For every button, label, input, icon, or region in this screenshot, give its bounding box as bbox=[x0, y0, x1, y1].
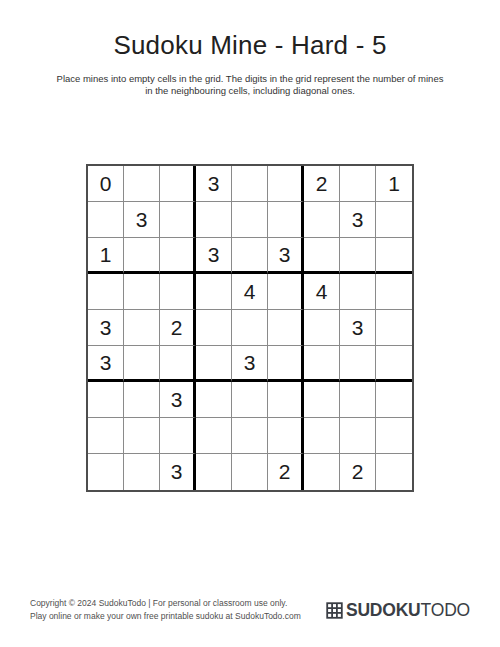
grid-cell-r8c9[interactable] bbox=[376, 418, 412, 454]
grid-cell-r1c5[interactable] bbox=[232, 166, 268, 202]
copyright-line-2: Play online or make your own free printa… bbox=[30, 610, 301, 623]
logo-text-todo: TODO bbox=[421, 600, 470, 620]
grid-cell-r5c6[interactable] bbox=[268, 310, 304, 346]
grid-cell-r1c4[interactable]: 3 bbox=[196, 166, 232, 202]
grid-cell-r6c2[interactable] bbox=[124, 346, 160, 382]
grid-cell-r9c9[interactable] bbox=[376, 454, 412, 490]
grid-cell-r5c8[interactable]: 3 bbox=[340, 310, 376, 346]
grid-cell-r8c2[interactable] bbox=[124, 418, 160, 454]
grid-cell-r3c1[interactable]: 1 bbox=[88, 238, 124, 274]
grid-cell-r3c4[interactable]: 3 bbox=[196, 238, 232, 274]
footer-copyright: Copyright © 2024 SudokuTodo | For person… bbox=[30, 597, 301, 623]
grid-cell-r7c4[interactable] bbox=[196, 382, 232, 418]
grid-cell-r4c9[interactable] bbox=[376, 274, 412, 310]
grid-cell-r6c4[interactable] bbox=[196, 346, 232, 382]
grid-cell-r6c7[interactable] bbox=[304, 346, 340, 382]
grid-cell-r2c2[interactable]: 3 bbox=[124, 202, 160, 238]
copyright-line-1: Copyright © 2024 SudokuTodo | For person… bbox=[30, 597, 301, 610]
grid-cell-r7c3[interactable]: 3 bbox=[160, 382, 196, 418]
grid-cell-r5c3[interactable]: 2 bbox=[160, 310, 196, 346]
grid-cell-r5c2[interactable] bbox=[124, 310, 160, 346]
grid-cell-r8c4[interactable] bbox=[196, 418, 232, 454]
grid-cell-r4c4[interactable] bbox=[196, 274, 232, 310]
instructions: Place mines into empty cells in the grid… bbox=[0, 73, 500, 97]
logo-text-sudoku: SUDOKU bbox=[346, 600, 421, 620]
grid-cell-r7c1[interactable] bbox=[88, 382, 124, 418]
grid-cell-r6c9[interactable] bbox=[376, 346, 412, 382]
page: Sudoku Mine - Hard - 5 Place mines into … bbox=[0, 30, 500, 492]
grid-cell-r2c5[interactable] bbox=[232, 202, 268, 238]
grid-cell-r6c5[interactable]: 3 bbox=[232, 346, 268, 382]
grid-cell-r2c9[interactable] bbox=[376, 202, 412, 238]
grid-cell-r9c5[interactable] bbox=[232, 454, 268, 490]
grid-cell-r1c3[interactable] bbox=[160, 166, 196, 202]
grid-cell-r2c7[interactable] bbox=[304, 202, 340, 238]
grid-cell-r1c8[interactable] bbox=[340, 166, 376, 202]
grid-cell-r1c7[interactable]: 2 bbox=[304, 166, 340, 202]
grid-cell-r9c2[interactable] bbox=[124, 454, 160, 490]
sudoku-mine-grid: 03213313344323333322 bbox=[86, 164, 414, 492]
grid-cell-r4c8[interactable] bbox=[340, 274, 376, 310]
grid-cell-r5c5[interactable] bbox=[232, 310, 268, 346]
grid-cell-r3c3[interactable] bbox=[160, 238, 196, 274]
grid-cell-r8c6[interactable] bbox=[268, 418, 304, 454]
grid-cell-r2c4[interactable] bbox=[196, 202, 232, 238]
grid-cell-r6c6[interactable] bbox=[268, 346, 304, 382]
grid-cell-r1c6[interactable] bbox=[268, 166, 304, 202]
grid-cell-r4c6[interactable] bbox=[268, 274, 304, 310]
grid-cell-r5c1[interactable]: 3 bbox=[88, 310, 124, 346]
sudokutodo-logo: SUDOKUTODO bbox=[326, 600, 470, 621]
grid-cell-r6c1[interactable]: 3 bbox=[88, 346, 124, 382]
puzzle-title: Sudoku Mine - Hard - 5 bbox=[0, 30, 500, 61]
grid-cell-r7c2[interactable] bbox=[124, 382, 160, 418]
grid-cell-r9c1[interactable] bbox=[88, 454, 124, 490]
grid-cell-r9c6[interactable]: 2 bbox=[268, 454, 304, 490]
grid-icon bbox=[326, 602, 343, 619]
grid-cell-r1c9[interactable]: 1 bbox=[376, 166, 412, 202]
footer: Copyright © 2024 SudokuTodo | For person… bbox=[30, 597, 470, 623]
grid-cell-r3c2[interactable] bbox=[124, 238, 160, 274]
logo-text: SUDOKUTODO bbox=[346, 600, 470, 621]
grid-cell-r1c1[interactable]: 0 bbox=[88, 166, 124, 202]
grid-cell-r7c7[interactable] bbox=[304, 382, 340, 418]
grid-cell-r5c9[interactable] bbox=[376, 310, 412, 346]
grid-cell-r4c1[interactable] bbox=[88, 274, 124, 310]
grid-cell-r3c8[interactable] bbox=[340, 238, 376, 274]
grid-cell-r2c6[interactable] bbox=[268, 202, 304, 238]
grid-cell-r2c3[interactable] bbox=[160, 202, 196, 238]
grid-cell-r5c4[interactable] bbox=[196, 310, 232, 346]
grid-wrapper: 03213313344323333322 bbox=[0, 164, 500, 492]
grid-cell-r9c7[interactable] bbox=[304, 454, 340, 490]
grid-cell-r9c8[interactable]: 2 bbox=[340, 454, 376, 490]
grid-cell-r8c3[interactable] bbox=[160, 418, 196, 454]
grid-cell-r3c5[interactable] bbox=[232, 238, 268, 274]
instructions-line-2: in the neighbouring cells, including dia… bbox=[0, 85, 500, 97]
grid-cell-r4c3[interactable] bbox=[160, 274, 196, 310]
grid-cell-r3c6[interactable]: 3 bbox=[268, 238, 304, 274]
grid-cell-r2c8[interactable]: 3 bbox=[340, 202, 376, 238]
grid-cell-r7c5[interactable] bbox=[232, 382, 268, 418]
grid-cell-r8c1[interactable] bbox=[88, 418, 124, 454]
grid-cell-r6c8[interactable] bbox=[340, 346, 376, 382]
grid-cell-r2c1[interactable] bbox=[88, 202, 124, 238]
grid-cell-r1c2[interactable] bbox=[124, 166, 160, 202]
grid-cell-r5c7[interactable] bbox=[304, 310, 340, 346]
grid-cell-r3c7[interactable] bbox=[304, 238, 340, 274]
grid-cell-r9c4[interactable] bbox=[196, 454, 232, 490]
grid-cell-r9c3[interactable]: 3 bbox=[160, 454, 196, 490]
grid-cell-r7c8[interactable] bbox=[340, 382, 376, 418]
instructions-line-1: Place mines into empty cells in the grid… bbox=[0, 73, 500, 85]
grid-cell-r4c5[interactable]: 4 bbox=[232, 274, 268, 310]
grid-cell-r7c6[interactable] bbox=[268, 382, 304, 418]
grid-cell-r6c3[interactable] bbox=[160, 346, 196, 382]
grid-cell-r3c9[interactable] bbox=[376, 238, 412, 274]
grid-cell-r4c7[interactable]: 4 bbox=[304, 274, 340, 310]
grid-cell-r8c7[interactable] bbox=[304, 418, 340, 454]
grid-cell-r8c8[interactable] bbox=[340, 418, 376, 454]
grid-cell-r8c5[interactable] bbox=[232, 418, 268, 454]
grid-cell-r4c2[interactable] bbox=[124, 274, 160, 310]
grid-cell-r7c9[interactable] bbox=[376, 382, 412, 418]
